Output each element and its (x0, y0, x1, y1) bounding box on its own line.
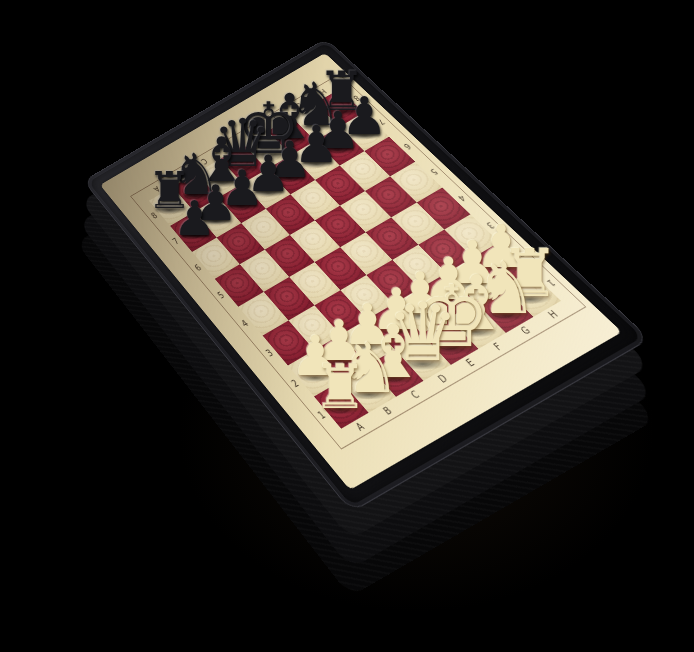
chess-set-photo: ABCDEFGH8877665544332211ABCDEFGH (100, 53, 622, 490)
